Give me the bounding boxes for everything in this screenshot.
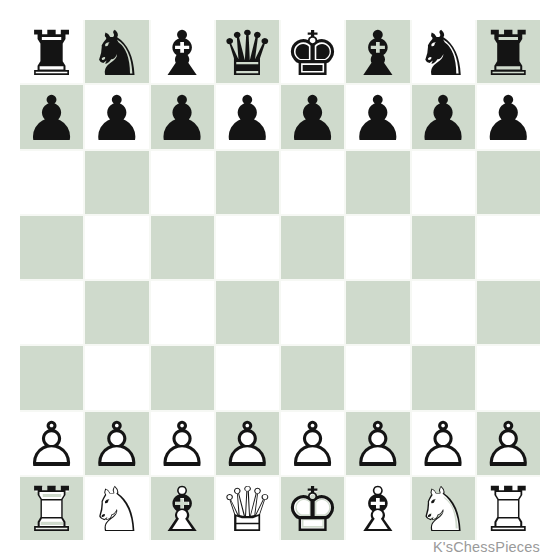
- white-bishop-piece: ♝♗: [151, 477, 214, 540]
- square-g8[interactable]: ♞: [412, 20, 475, 83]
- square-b4[interactable]: [85, 281, 148, 344]
- square-a2[interactable]: ♟♙: [20, 412, 83, 475]
- black-rook-glyph: ♜: [481, 23, 537, 85]
- square-a3[interactable]: [20, 346, 83, 409]
- white-bishop-glyph: ♗: [350, 480, 406, 542]
- black-bishop-glyph: ♝: [154, 23, 210, 85]
- white-pawn-piece: ♟♙: [412, 412, 475, 475]
- black-pawn-piece: ♟: [85, 85, 148, 148]
- black-pawn-glyph: ♟: [285, 88, 341, 150]
- square-f7[interactable]: ♟: [346, 85, 409, 148]
- square-f8[interactable]: ♝: [346, 20, 409, 83]
- white-pawn-piece: ♟♙: [346, 412, 409, 475]
- square-g3[interactable]: [412, 346, 475, 409]
- square-h6[interactable]: [477, 151, 540, 214]
- black-pawn-piece: ♟: [151, 85, 214, 148]
- square-e8[interactable]: ♚: [281, 20, 344, 83]
- black-rook-piece: ♜: [477, 20, 540, 83]
- square-h2[interactable]: ♟♙: [477, 412, 540, 475]
- square-g5[interactable]: [412, 216, 475, 279]
- square-g4[interactable]: [412, 281, 475, 344]
- square-c7[interactable]: ♟: [151, 85, 214, 148]
- square-h5[interactable]: [477, 216, 540, 279]
- square-b6[interactable]: [85, 151, 148, 214]
- black-knight-piece: ♞: [412, 20, 475, 83]
- black-pawn-glyph: ♟: [350, 88, 406, 150]
- white-rook-piece: ♜♖: [20, 477, 83, 540]
- square-b1[interactable]: ♞♘: [85, 477, 148, 540]
- square-c5[interactable]: [151, 216, 214, 279]
- square-c3[interactable]: [151, 346, 214, 409]
- black-queen-glyph: ♛: [220, 23, 276, 85]
- white-pawn-piece: ♟♙: [85, 412, 148, 475]
- square-c8[interactable]: ♝: [151, 20, 214, 83]
- square-d3[interactable]: [216, 346, 279, 409]
- white-rook-piece: ♜♖: [477, 477, 540, 540]
- white-pawn-glyph: ♙: [154, 415, 210, 477]
- white-pawn-glyph: ♙: [24, 415, 80, 477]
- square-e2[interactable]: ♟♙: [281, 412, 344, 475]
- square-f4[interactable]: [346, 281, 409, 344]
- black-pawn-glyph: ♟: [220, 88, 276, 150]
- square-f2[interactable]: ♟♙: [346, 412, 409, 475]
- white-knight-glyph: ♘: [415, 480, 471, 542]
- white-pawn-piece: ♟♙: [216, 412, 279, 475]
- white-knight-piece: ♞♘: [85, 477, 148, 540]
- white-knight-glyph: ♘: [89, 480, 145, 542]
- black-pawn-glyph: ♟: [415, 88, 471, 150]
- square-a1[interactable]: ♜♖: [20, 477, 83, 540]
- black-pawn-glyph: ♟: [481, 88, 537, 150]
- watermark-text: K'sChessPieces: [433, 539, 540, 555]
- square-e1[interactable]: ♚♔: [281, 477, 344, 540]
- square-b3[interactable]: [85, 346, 148, 409]
- square-d8[interactable]: ♛: [216, 20, 279, 83]
- white-pawn-glyph: ♙: [415, 415, 471, 477]
- square-c1[interactable]: ♝♗: [151, 477, 214, 540]
- black-pawn-piece: ♟: [477, 85, 540, 148]
- black-knight-glyph: ♞: [89, 23, 145, 85]
- square-e3[interactable]: [281, 346, 344, 409]
- white-knight-piece: ♞♘: [412, 477, 475, 540]
- white-pawn-piece: ♟♙: [151, 412, 214, 475]
- black-king-piece: ♚: [281, 20, 344, 83]
- black-pawn-piece: ♟: [412, 85, 475, 148]
- square-b2[interactable]: ♟♙: [85, 412, 148, 475]
- white-queen-glyph: ♕: [220, 480, 276, 542]
- black-queen-piece: ♛: [216, 20, 279, 83]
- white-rook-glyph: ♖: [481, 480, 537, 542]
- square-h3[interactable]: [477, 346, 540, 409]
- white-pawn-glyph: ♙: [350, 415, 406, 477]
- black-bishop-piece: ♝: [346, 20, 409, 83]
- black-knight-glyph: ♞: [415, 23, 471, 85]
- square-c4[interactable]: [151, 281, 214, 344]
- white-rook-glyph: ♖: [24, 480, 80, 542]
- black-pawn-glyph: ♟: [24, 88, 80, 150]
- white-pawn-piece: ♟♙: [281, 412, 344, 475]
- square-c2[interactable]: ♟♙: [151, 412, 214, 475]
- square-a4[interactable]: [20, 281, 83, 344]
- square-d7[interactable]: ♟: [216, 85, 279, 148]
- square-g6[interactable]: [412, 151, 475, 214]
- square-e5[interactable]: [281, 216, 344, 279]
- black-pawn-piece: ♟: [20, 85, 83, 148]
- square-h1[interactable]: ♜♖: [477, 477, 540, 540]
- black-pawn-piece: ♟: [281, 85, 344, 148]
- black-pawn-glyph: ♟: [89, 88, 145, 150]
- square-d6[interactable]: [216, 151, 279, 214]
- square-f5[interactable]: [346, 216, 409, 279]
- black-rook-piece: ♜: [20, 20, 83, 83]
- white-bishop-piece: ♝♗: [346, 477, 409, 540]
- white-pawn-glyph: ♙: [481, 415, 537, 477]
- black-pawn-piece: ♟: [216, 85, 279, 148]
- square-h4[interactable]: [477, 281, 540, 344]
- white-pawn-piece: ♟♙: [20, 412, 83, 475]
- square-d2[interactable]: ♟♙: [216, 412, 279, 475]
- square-e7[interactable]: ♟: [281, 85, 344, 148]
- square-e4[interactable]: [281, 281, 344, 344]
- black-bishop-piece: ♝: [151, 20, 214, 83]
- square-f6[interactable]: [346, 151, 409, 214]
- square-d1[interactable]: ♛♕: [216, 477, 279, 540]
- square-d4[interactable]: [216, 281, 279, 344]
- square-f1[interactable]: ♝♗: [346, 477, 409, 540]
- black-bishop-glyph: ♝: [350, 23, 406, 85]
- white-king-piece: ♚♔: [281, 477, 344, 540]
- black-king-glyph: ♚: [285, 23, 341, 85]
- square-b7[interactable]: ♟: [85, 85, 148, 148]
- square-b8[interactable]: ♞: [85, 20, 148, 83]
- square-g2[interactable]: ♟♙: [412, 412, 475, 475]
- black-rook-glyph: ♜: [24, 23, 80, 85]
- black-pawn-glyph: ♟: [154, 88, 210, 150]
- square-a8[interactable]: ♜: [20, 20, 83, 83]
- square-g1[interactable]: ♞♘: [412, 477, 475, 540]
- square-c6[interactable]: [151, 151, 214, 214]
- chess-diagram: ♜♞♝♛♚♝♞♜♟♟♟♟♟♟♟♟♟♙♟♙♟♙♟♙♟♙♟♙♟♙♟♙♜♖♞♘♝♗♛♕…: [0, 0, 560, 560]
- square-f3[interactable]: [346, 346, 409, 409]
- white-pawn-piece: ♟♙: [477, 412, 540, 475]
- white-queen-piece: ♛♕: [216, 477, 279, 540]
- white-bishop-glyph: ♗: [154, 480, 210, 542]
- square-h7[interactable]: ♟: [477, 85, 540, 148]
- square-d5[interactable]: [216, 216, 279, 279]
- white-pawn-glyph: ♙: [220, 415, 276, 477]
- white-pawn-glyph: ♙: [89, 415, 145, 477]
- square-a6[interactable]: [20, 151, 83, 214]
- white-king-glyph: ♔: [285, 480, 341, 542]
- square-a7[interactable]: ♟: [20, 85, 83, 148]
- chess-board: ♜♞♝♛♚♝♞♜♟♟♟♟♟♟♟♟♟♙♟♙♟♙♟♙♟♙♟♙♟♙♟♙♜♖♞♘♝♗♛♕…: [20, 20, 540, 540]
- square-b5[interactable]: [85, 216, 148, 279]
- square-e6[interactable]: [281, 151, 344, 214]
- square-a5[interactable]: [20, 216, 83, 279]
- black-pawn-piece: ♟: [346, 85, 409, 148]
- square-g7[interactable]: ♟: [412, 85, 475, 148]
- white-pawn-glyph: ♙: [285, 415, 341, 477]
- square-h8[interactable]: ♜: [477, 20, 540, 83]
- black-knight-piece: ♞: [85, 20, 148, 83]
